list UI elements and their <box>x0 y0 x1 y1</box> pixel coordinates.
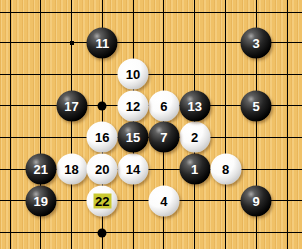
go-board[interactable]: 12345678910111213141516171819202122 <box>0 0 302 249</box>
stone-black-11: 11 <box>87 27 118 58</box>
stone-black-19: 19 <box>25 185 56 216</box>
go-diagram: 12345678910111213141516171819202122 <box>0 0 302 249</box>
stone-white-16: 16 <box>87 122 118 153</box>
grid-line-h-8 <box>0 232 302 233</box>
hoshi-dot-4-8 <box>98 228 107 237</box>
grid-line-v-8 <box>225 0 226 249</box>
move-number: 1 <box>190 163 199 176</box>
move-number: 7 <box>159 131 168 144</box>
stone-white-12: 12 <box>118 90 149 121</box>
stone-white-18: 18 <box>56 154 87 185</box>
move-number: 14 <box>125 163 141 176</box>
move-number: 17 <box>63 99 79 112</box>
move-number: 2 <box>190 131 199 144</box>
move-number: 19 <box>33 194 49 207</box>
move-number: 9 <box>252 194 261 207</box>
grid-line-v-3 <box>71 0 72 249</box>
move-number-last-move: 22 <box>93 193 111 208</box>
stone-black-15: 15 <box>118 122 149 153</box>
move-number: 20 <box>94 163 110 176</box>
move-number: 4 <box>159 194 168 207</box>
move-number: 18 <box>63 163 79 176</box>
move-number: 12 <box>125 99 141 112</box>
move-number: 6 <box>159 99 168 112</box>
stone-black-9: 9 <box>241 185 272 216</box>
move-number: 8 <box>221 163 230 176</box>
stone-black-7: 7 <box>148 122 179 153</box>
stone-white-2: 2 <box>179 122 210 153</box>
move-number: 10 <box>125 68 141 81</box>
move-number: 13 <box>186 99 202 112</box>
move-number: 5 <box>252 99 261 112</box>
stone-black-5: 5 <box>241 90 272 121</box>
stone-white-10: 10 <box>118 59 149 90</box>
stone-black-3: 3 <box>241 27 272 58</box>
stone-black-13: 13 <box>179 90 210 121</box>
stone-white-4: 4 <box>148 185 179 216</box>
stone-black-21: 21 <box>25 154 56 185</box>
stone-white-6: 6 <box>148 90 179 121</box>
stone-white-22: 22 <box>87 185 118 216</box>
stone-white-14: 14 <box>118 154 149 185</box>
move-number: 21 <box>33 163 49 176</box>
stone-white-20: 20 <box>87 154 118 185</box>
move-number: 16 <box>94 131 110 144</box>
stone-black-1: 1 <box>179 154 210 185</box>
point-marker-3-2 <box>70 41 74 45</box>
hoshi-dot-4-4 <box>98 101 107 110</box>
move-number: 11 <box>94 36 110 49</box>
grid-line-h-1 <box>0 12 302 13</box>
stone-white-8: 8 <box>210 154 241 185</box>
grid-line-v-10 <box>287 0 288 249</box>
grid-line-h-3 <box>0 74 302 75</box>
stone-black-17: 17 <box>56 90 87 121</box>
move-number: 15 <box>125 131 141 144</box>
grid-line-v-1 <box>10 0 11 249</box>
move-number: 3 <box>252 36 261 49</box>
